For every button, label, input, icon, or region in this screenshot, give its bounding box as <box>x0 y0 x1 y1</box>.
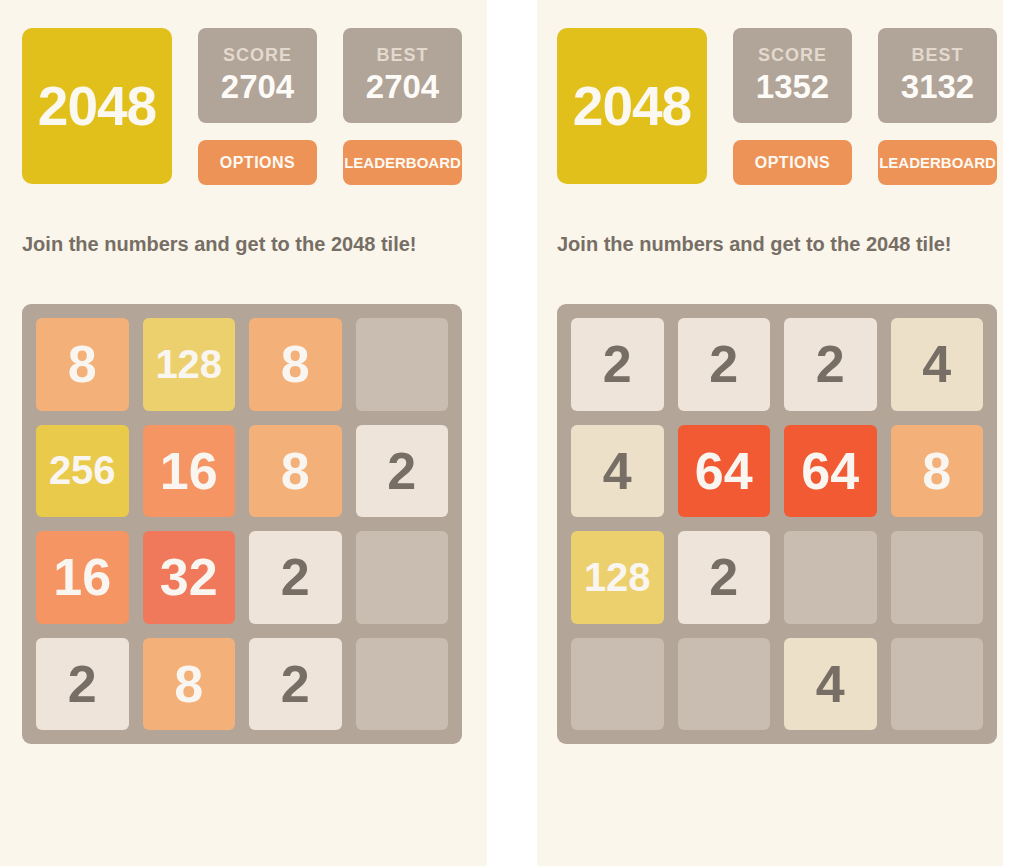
tile-64: 64 <box>784 425 877 518</box>
empty-cell <box>891 638 984 731</box>
tile-2: 2 <box>678 531 771 624</box>
empty-cell <box>784 531 877 624</box>
tagline: Join the numbers and get to the 2048 til… <box>22 232 462 256</box>
game-board-right[interactable]: 222446464812824 <box>557 304 997 744</box>
empty-cell <box>356 531 449 624</box>
header-left: 2048 SCORE 2704 BEST 2704 OPTIONS LEADER… <box>22 28 462 185</box>
score-label: SCORE <box>758 45 827 66</box>
button-row: OPTIONS LEADERBOARD <box>198 140 462 185</box>
tile-8: 8 <box>249 425 342 518</box>
tile-16: 16 <box>36 531 129 624</box>
tile-256: 256 <box>36 425 129 518</box>
tile-128: 128 <box>571 531 664 624</box>
options-button[interactable]: OPTIONS <box>198 140 317 185</box>
best-box: BEST 2704 <box>343 28 462 123</box>
tile-8: 8 <box>143 638 236 731</box>
tile-2: 2 <box>36 638 129 731</box>
header-right-column: SCORE 1352 BEST 3132 OPTIONS LEADERBOARD <box>733 28 997 185</box>
tile-2: 2 <box>678 318 771 411</box>
tile-8: 8 <box>249 318 342 411</box>
header-right-column: SCORE 2704 BEST 2704 OPTIONS LEADERBOARD <box>198 28 462 185</box>
tile-32: 32 <box>143 531 236 624</box>
tile-4: 4 <box>891 318 984 411</box>
tile-4: 4 <box>784 638 877 731</box>
tile-128: 128 <box>143 318 236 411</box>
tile-2: 2 <box>571 318 664 411</box>
score-label: SCORE <box>223 45 292 66</box>
header-right: 2048 SCORE 1352 BEST 3132 OPTIONS LEADER… <box>557 28 997 185</box>
empty-cell <box>891 531 984 624</box>
right-edge-strip <box>1003 0 1024 866</box>
score-row: SCORE 1352 BEST 3132 <box>733 28 997 123</box>
score-value: 1352 <box>756 68 829 106</box>
panel-divider <box>487 0 537 866</box>
best-label: BEST <box>911 45 963 66</box>
best-label: BEST <box>376 45 428 66</box>
tagline: Join the numbers and get to the 2048 til… <box>557 232 997 256</box>
empty-cell <box>678 638 771 731</box>
leaderboard-button[interactable]: LEADERBOARD <box>343 140 462 185</box>
best-value: 3132 <box>901 68 974 106</box>
tile-8: 8 <box>36 318 129 411</box>
tile-2: 2 <box>249 638 342 731</box>
game-panel-right: 2048 SCORE 1352 BEST 3132 OPTIONS LEADER… <box>537 0 1003 866</box>
tile-16: 16 <box>143 425 236 518</box>
tile-4: 4 <box>571 425 664 518</box>
button-row: OPTIONS LEADERBOARD <box>733 140 997 185</box>
tile-64: 64 <box>678 425 771 518</box>
best-box: BEST 3132 <box>878 28 997 123</box>
empty-cell <box>571 638 664 731</box>
game-board-left[interactable]: 81288256168216322282 <box>22 304 462 744</box>
page: 2048 SCORE 2704 BEST 2704 OPTIONS LEADER… <box>0 0 1024 866</box>
score-box: SCORE 2704 <box>198 28 317 123</box>
score-value: 2704 <box>221 68 294 106</box>
logo-tile: 2048 <box>22 28 172 184</box>
game-panel-left: 2048 SCORE 2704 BEST 2704 OPTIONS LEADER… <box>0 0 487 866</box>
empty-cell <box>356 638 449 731</box>
leaderboard-button[interactable]: LEADERBOARD <box>878 140 997 185</box>
score-row: SCORE 2704 BEST 2704 <box>198 28 462 123</box>
best-value: 2704 <box>366 68 439 106</box>
tile-2: 2 <box>249 531 342 624</box>
empty-cell <box>356 318 449 411</box>
tile-8: 8 <box>891 425 984 518</box>
tile-2: 2 <box>784 318 877 411</box>
score-box: SCORE 1352 <box>733 28 852 123</box>
options-button[interactable]: OPTIONS <box>733 140 852 185</box>
logo-tile: 2048 <box>557 28 707 184</box>
tile-2: 2 <box>356 425 449 518</box>
